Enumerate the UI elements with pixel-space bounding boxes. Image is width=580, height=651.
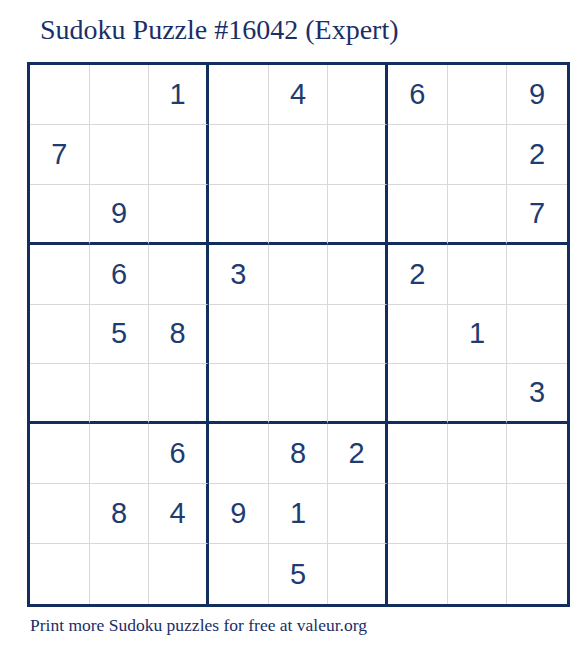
sudoku-cell-r3c1[interactable] <box>30 185 90 245</box>
sudoku-cell-r7c1[interactable] <box>30 424 90 484</box>
sudoku-cell-r5c5[interactable] <box>269 305 329 365</box>
sudoku-cell-r5c6[interactable] <box>328 305 388 365</box>
sudoku-cell-r6c9[interactable]: 3 <box>507 364 567 424</box>
sudoku-cell-r7c7[interactable] <box>388 424 448 484</box>
sudoku-cell-r2c9[interactable]: 2 <box>507 125 567 185</box>
sudoku-cell-r1c4[interactable] <box>209 65 269 125</box>
sudoku-cell-r1c2[interactable] <box>90 65 150 125</box>
sudoku-cell-r8c1[interactable] <box>30 484 90 544</box>
sudoku-cell-r2c2[interactable] <box>90 125 150 185</box>
sudoku-cell-r8c4[interactable]: 9 <box>209 484 269 544</box>
sudoku-cell-r6c8[interactable] <box>448 364 508 424</box>
sudoku-cell-r6c3[interactable] <box>149 364 209 424</box>
sudoku-cell-r6c5[interactable] <box>269 364 329 424</box>
sudoku-cell-r9c5[interactable]: 5 <box>269 544 329 604</box>
sudoku-cell-r4c4[interactable]: 3 <box>209 245 269 305</box>
sudoku-cell-r9c2[interactable] <box>90 544 150 604</box>
sudoku-cell-r5c2[interactable]: 5 <box>90 305 150 365</box>
sudoku-cell-r3c4[interactable] <box>209 185 269 245</box>
sudoku-cell-r1c5[interactable]: 4 <box>269 65 329 125</box>
sudoku-cell-r9c8[interactable] <box>448 544 508 604</box>
sudoku-cell-r4c9[interactable] <box>507 245 567 305</box>
sudoku-cell-r2c4[interactable] <box>209 125 269 185</box>
sudoku-cell-r7c3[interactable]: 6 <box>149 424 209 484</box>
sudoku-cell-r9c4[interactable] <box>209 544 269 604</box>
sudoku-cell-r2c5[interactable] <box>269 125 329 185</box>
sudoku-cell-r7c6[interactable]: 2 <box>328 424 388 484</box>
sudoku-cell-r1c1[interactable] <box>30 65 90 125</box>
sudoku-cell-r5c7[interactable] <box>388 305 448 365</box>
sudoku-cell-r6c1[interactable] <box>30 364 90 424</box>
sudoku-cell-r5c4[interactable] <box>209 305 269 365</box>
sudoku-cell-r1c8[interactable] <box>448 65 508 125</box>
sudoku-cell-r2c8[interactable] <box>448 125 508 185</box>
sudoku-cell-r6c4[interactable] <box>209 364 269 424</box>
sudoku-cell-r5c3[interactable]: 8 <box>149 305 209 365</box>
sudoku-cell-r8c6[interactable] <box>328 484 388 544</box>
page-title: Sudoku Puzzle #16042 (Expert) <box>40 12 399 48</box>
sudoku-cell-r3c9[interactable]: 7 <box>507 185 567 245</box>
sudoku-cell-r7c5[interactable]: 8 <box>269 424 329 484</box>
sudoku-cell-r8c5[interactable]: 1 <box>269 484 329 544</box>
sudoku-cell-r5c9[interactable] <box>507 305 567 365</box>
sudoku-cell-r9c1[interactable] <box>30 544 90 604</box>
sudoku-cell-r4c2[interactable]: 6 <box>90 245 150 305</box>
sudoku-cell-r6c6[interactable] <box>328 364 388 424</box>
sudoku-cell-r4c3[interactable] <box>149 245 209 305</box>
sudoku-cell-r9c7[interactable] <box>388 544 448 604</box>
sudoku-cell-r5c1[interactable] <box>30 305 90 365</box>
sudoku-cell-r4c8[interactable] <box>448 245 508 305</box>
sudoku-cell-r9c3[interactable] <box>149 544 209 604</box>
sudoku-cell-r4c6[interactable] <box>328 245 388 305</box>
sudoku-cell-r6c2[interactable] <box>90 364 150 424</box>
sudoku-cell-r9c9[interactable] <box>507 544 567 604</box>
sudoku-cell-r3c7[interactable] <box>388 185 448 245</box>
sudoku-cell-r8c9[interactable] <box>507 484 567 544</box>
sudoku-cell-r4c5[interactable] <box>269 245 329 305</box>
sudoku-cell-r7c8[interactable] <box>448 424 508 484</box>
sudoku-cell-r1c9[interactable]: 9 <box>507 65 567 125</box>
sudoku-cell-r1c6[interactable] <box>328 65 388 125</box>
sudoku-cell-r8c3[interactable]: 4 <box>149 484 209 544</box>
sudoku-cell-r7c4[interactable] <box>209 424 269 484</box>
sudoku-cell-r2c3[interactable] <box>149 125 209 185</box>
sudoku-cell-r4c7[interactable]: 2 <box>388 245 448 305</box>
sudoku-board: 14697297632581368284915 <box>27 62 570 607</box>
sudoku-cell-r8c8[interactable] <box>448 484 508 544</box>
sudoku-cell-r6c7[interactable] <box>388 364 448 424</box>
sudoku-cell-r1c7[interactable]: 6 <box>388 65 448 125</box>
sudoku-cell-r8c2[interactable]: 8 <box>90 484 150 544</box>
sudoku-cell-r2c7[interactable] <box>388 125 448 185</box>
sudoku-cell-r7c2[interactable] <box>90 424 150 484</box>
sudoku-cell-r3c3[interactable] <box>149 185 209 245</box>
sudoku-cell-r3c2[interactable]: 9 <box>90 185 150 245</box>
sudoku-cell-r4c1[interactable] <box>30 245 90 305</box>
sudoku-cell-r1c3[interactable]: 1 <box>149 65 209 125</box>
sudoku-cell-r3c5[interactable] <box>269 185 329 245</box>
sudoku-cell-r2c1[interactable]: 7 <box>30 125 90 185</box>
sudoku-cell-r5c8[interactable]: 1 <box>448 305 508 365</box>
sudoku-cell-r3c6[interactable] <box>328 185 388 245</box>
sudoku-cell-r2c6[interactable] <box>328 125 388 185</box>
sudoku-cell-r3c8[interactable] <box>448 185 508 245</box>
sudoku-cell-r7c9[interactable] <box>507 424 567 484</box>
footer-credit: Print more Sudoku puzzles for free at va… <box>30 615 367 636</box>
sudoku-cell-r8c7[interactable] <box>388 484 448 544</box>
sudoku-cell-r9c6[interactable] <box>328 544 388 604</box>
